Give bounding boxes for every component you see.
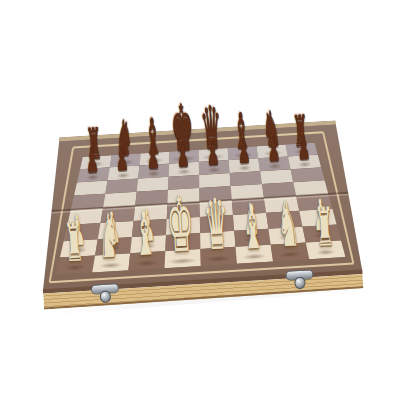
square-f5[interactable] — [0, 0, 400, 400]
square-h2[interactable] — [0, 0, 400, 400]
piece-shadow — [244, 236, 261, 243]
square-d3[interactable] — [0, 0, 400, 400]
black-pawn-icon: ♟ — [115, 140, 129, 176]
white-knight-icon: ♞ — [97, 205, 122, 267]
piece-white-rook[interactable]: ♜ — [58, 234, 90, 269]
square-h1[interactable] — [0, 0, 400, 400]
piece-shadow — [278, 250, 302, 257]
square-c2[interactable] — [0, 0, 400, 400]
piece-black-pawn[interactable]: ♟ — [112, 153, 133, 176]
piece-shadow — [314, 232, 331, 239]
white-pawn-icon: ♟ — [138, 204, 156, 248]
white-pawn-icon: ♟ — [312, 193, 330, 237]
piece-white-pawn[interactable]: ♟ — [65, 224, 91, 252]
piece-shadow — [87, 161, 104, 168]
piece-shadow — [316, 248, 337, 255]
square-b4[interactable] — [0, 0, 400, 400]
square-e5[interactable] — [0, 0, 400, 400]
board-inlay-line — [0, 0, 400, 400]
piece-shadow — [86, 173, 100, 180]
piece-shadow — [207, 166, 221, 173]
white-rook-icon: ♜ — [314, 200, 336, 254]
piece-shadow — [140, 243, 157, 250]
piece-shadow — [168, 257, 198, 265]
square-a6[interactable] — [0, 0, 400, 400]
piece-white-bishop[interactable]: ♝ — [128, 225, 164, 265]
piece-shadow — [205, 255, 233, 263]
square-c8[interactable] — [0, 0, 400, 400]
white-bishop-icon: ♝ — [240, 196, 265, 258]
hinge-seam — [0, 0, 400, 400]
box-bottom-edge — [0, 0, 400, 400]
square-f6[interactable] — [0, 0, 400, 400]
white-pawn-icon: ♟ — [208, 199, 226, 243]
piece-shadow — [99, 261, 123, 268]
piece-black-pawn[interactable]: ♟ — [173, 150, 194, 173]
white-queen-icon: ♛ — [202, 188, 231, 260]
piece-white-pawn[interactable]: ♟ — [274, 211, 300, 239]
piece-shadow — [115, 159, 135, 166]
board-inlay-line — [0, 0, 400, 400]
square-b8[interactable] — [0, 0, 400, 400]
square-d5[interactable] — [0, 0, 400, 400]
square-d1[interactable] — [0, 0, 400, 400]
white-king-icon: ♚ — [165, 184, 196, 262]
square-e8[interactable] — [0, 0, 400, 400]
square-f7[interactable] — [0, 0, 400, 400]
piece-black-pawn[interactable]: ♟ — [264, 144, 285, 167]
piece-shadow — [145, 157, 165, 164]
piece-black-knight[interactable]: ♞ — [257, 123, 287, 156]
square-b1[interactable] — [0, 0, 400, 400]
square-b6[interactable] — [0, 0, 400, 400]
square-f8[interactable] — [0, 0, 400, 400]
piece-black-pawn[interactable]: ♟ — [294, 142, 315, 165]
black-bishop-icon: ♝ — [231, 106, 251, 157]
square-e7[interactable] — [0, 0, 400, 400]
piece-black-bishop[interactable]: ♝ — [227, 124, 257, 157]
black-pawn-icon: ♟ — [145, 139, 159, 175]
pieces-layer: ♜♞♝♚♛♝♞♜♟♟♟♟♟♟♟♟♟♟♟♟♟♟♟♟♜♞♝♚♛♝♞♜ — [0, 0, 400, 400]
square-g1[interactable] — [0, 0, 400, 400]
black-queen-icon: ♛ — [200, 98, 224, 158]
piece-shadow — [105, 245, 122, 252]
black-rook-icon: ♜ — [85, 122, 103, 166]
latch-knob — [294, 277, 306, 290]
piece-shadow — [135, 259, 159, 266]
black-king-icon: ♚ — [169, 95, 195, 160]
board-border — [0, 0, 400, 400]
black-knight-icon: ♞ — [113, 113, 133, 164]
piece-shadow — [147, 170, 161, 177]
piece-shadow — [298, 160, 312, 167]
piece-shadow — [65, 263, 86, 270]
piece-white-king[interactable]: ♚ — [158, 212, 204, 263]
box-front-panel — [0, 0, 400, 400]
piece-shadow — [70, 247, 87, 254]
board-back-rim — [0, 0, 400, 400]
piece-shadow — [242, 252, 266, 259]
board-layers — [0, 0, 400, 400]
square-g7[interactable] — [0, 0, 400, 400]
white-pawn-icon: ♟ — [68, 208, 86, 252]
black-pawn-icon: ♟ — [206, 135, 220, 171]
piece-shadow — [177, 168, 191, 175]
piece-black-pawn[interactable]: ♟ — [233, 146, 254, 169]
left-latch[interactable] — [89, 281, 122, 307]
square-a5[interactable] — [0, 0, 400, 400]
square-g5[interactable] — [0, 0, 400, 400]
square-c5[interactable] — [0, 0, 400, 400]
white-bishop-icon: ♝ — [133, 202, 158, 264]
square-g6[interactable] — [0, 0, 400, 400]
piece-shadow — [174, 240, 191, 247]
piece-white-rook[interactable]: ♜ — [309, 219, 341, 254]
piece-white-knight[interactable]: ♞ — [271, 216, 307, 256]
square-h6[interactable] — [0, 0, 400, 400]
square-f4[interactable] — [0, 0, 400, 400]
black-bishop-icon: ♝ — [143, 112, 163, 163]
square-h8[interactable] — [0, 0, 400, 400]
black-pawn-icon: ♟ — [266, 131, 280, 167]
square-a1[interactable] — [0, 0, 400, 400]
piece-white-pawn[interactable]: ♟ — [169, 217, 195, 245]
square-f3[interactable] — [0, 0, 400, 400]
chess-set-photo: ♜♞♝♚♛♝♞♜♟♟♟♟♟♟♟♟♟♟♟♟♟♟♟♟♜♞♝♚♛♝♞♜ — [0, 0, 400, 400]
square-b3[interactable] — [0, 0, 400, 400]
square-c3[interactable] — [0, 0, 400, 400]
piece-white-pawn[interactable]: ♟ — [100, 222, 126, 250]
square-h4[interactable] — [0, 0, 400, 400]
piece-shadow — [293, 148, 310, 155]
square-e4[interactable] — [0, 0, 400, 400]
square-e2[interactable] — [0, 0, 400, 400]
piece-black-pawn[interactable]: ♟ — [82, 155, 103, 178]
piece-black-queen[interactable]: ♛ — [195, 120, 230, 159]
square-c1[interactable] — [0, 0, 400, 400]
piece-shadow — [209, 238, 226, 245]
piece-black-king[interactable]: ♚ — [164, 119, 202, 161]
black-pawn-icon: ♟ — [236, 133, 250, 169]
white-pawn-icon: ♟ — [277, 195, 295, 239]
piece-black-pawn[interactable]: ♟ — [142, 152, 163, 175]
black-rook-icon: ♜ — [292, 109, 310, 153]
white-knight-icon: ♞ — [276, 194, 301, 256]
square-f2[interactable] — [0, 0, 400, 400]
square-e6[interactable] — [0, 0, 400, 400]
piece-white-knight[interactable]: ♞ — [92, 227, 128, 267]
square-e1[interactable] — [0, 0, 400, 400]
square-d6[interactable] — [0, 0, 400, 400]
folding-chessboard: ♜♞♝♚♛♝♞♜♟♟♟♟♟♟♟♟♟♟♟♟♟♟♟♟♜♞♝♚♛♝♞♜ — [0, 0, 400, 400]
board-inlay-line — [0, 0, 400, 400]
black-pawn-icon: ♟ — [176, 137, 190, 173]
white-pawn-icon: ♟ — [242, 197, 260, 241]
square-a2[interactable] — [0, 0, 400, 400]
piece-shadow — [233, 152, 253, 159]
square-g4[interactable] — [0, 0, 400, 400]
piece-black-bishop[interactable]: ♝ — [139, 130, 169, 163]
board-sheen — [0, 0, 400, 400]
piece-white-pawn[interactable]: ♟ — [239, 213, 265, 241]
front-edge — [0, 0, 400, 400]
piece-white-queen[interactable]: ♛ — [196, 214, 238, 260]
square-h5[interactable] — [0, 0, 400, 400]
hinge-seam-highlight — [0, 0, 400, 400]
right-latch[interactable] — [283, 267, 316, 293]
piece-shadow — [171, 155, 196, 163]
square-h7[interactable] — [0, 0, 400, 400]
piece-white-pawn[interactable]: ♟ — [308, 209, 334, 237]
square-a8[interactable] — [0, 0, 400, 400]
piece-white-pawn[interactable]: ♟ — [134, 219, 160, 247]
black-pawn-icon: ♟ — [297, 129, 311, 165]
white-rook-icon: ♜ — [63, 215, 85, 269]
piece-shadow — [268, 162, 282, 169]
square-c6[interactable] — [0, 0, 400, 400]
piece-white-bishop[interactable]: ♝ — [235, 218, 271, 258]
board-inlay-line — [0, 0, 400, 400]
piece-black-rook[interactable]: ♜ — [82, 137, 108, 165]
piece-black-rook[interactable]: ♜ — [288, 125, 314, 153]
piece-black-pawn[interactable]: ♟ — [203, 148, 224, 171]
square-d8[interactable] — [0, 0, 400, 400]
square-a4[interactable] — [0, 0, 400, 400]
white-pawn-icon: ♟ — [173, 201, 191, 245]
piece-white-pawn[interactable]: ♟ — [204, 215, 230, 243]
square-g3[interactable] — [0, 0, 400, 400]
piece-shadow — [202, 153, 225, 160]
latch-knob — [100, 290, 112, 303]
piece-shadow — [263, 150, 283, 157]
square-d7[interactable] — [0, 0, 400, 400]
square-e3[interactable] — [0, 0, 400, 400]
piece-shadow — [116, 172, 130, 179]
square-d4[interactable] — [0, 0, 400, 400]
floor-shadow — [0, 0, 400, 400]
black-pawn-icon: ♟ — [85, 142, 99, 178]
piece-shadow — [237, 164, 251, 171]
square-g8[interactable] — [0, 0, 400, 400]
piece-black-knight[interactable]: ♞ — [109, 132, 139, 165]
square-b2[interactable] — [0, 0, 400, 400]
square-b7[interactable] — [0, 0, 400, 400]
square-a3[interactable] — [0, 0, 400, 400]
square-a7[interactable] — [0, 0, 400, 400]
piece-shadow — [279, 234, 296, 241]
square-h3[interactable] — [0, 0, 400, 400]
square-f1[interactable] — [0, 0, 400, 400]
white-pawn-icon: ♟ — [103, 206, 121, 250]
square-c4[interactable] — [0, 0, 400, 400]
square-d2[interactable] — [0, 0, 400, 400]
square-c7[interactable] — [0, 0, 400, 400]
square-b5[interactable] — [0, 0, 400, 400]
black-knight-icon: ♞ — [261, 104, 281, 155]
square-g2[interactable] — [0, 0, 400, 400]
